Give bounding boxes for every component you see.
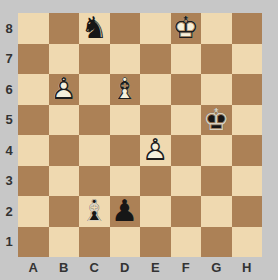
square-a7 xyxy=(18,44,49,75)
square-f2 xyxy=(171,196,202,227)
square-c3 xyxy=(79,166,110,197)
black-pawn: ♟ xyxy=(110,196,141,227)
square-e2 xyxy=(140,196,171,227)
square-h8 xyxy=(232,13,263,44)
square-e1 xyxy=(140,227,171,258)
file-labels: ABCDEFGH xyxy=(18,257,262,280)
chess-board: ♞♚♔♟♙♝♗♚♔♟♙♝♗♟ xyxy=(18,13,262,257)
square-a5 xyxy=(18,105,49,136)
square-b1 xyxy=(49,227,80,258)
square-h1 xyxy=(232,227,263,258)
file-label-d: D xyxy=(110,257,141,280)
square-g5: ♚♔ xyxy=(201,105,232,136)
white-pawn: ♟♙ xyxy=(49,74,80,105)
rank-label-7: 7 xyxy=(0,44,18,75)
square-h2 xyxy=(232,196,263,227)
rank-label-1: 1 xyxy=(0,227,18,258)
square-h5 xyxy=(232,105,263,136)
square-a3 xyxy=(18,166,49,197)
square-c4 xyxy=(79,135,110,166)
square-b2 xyxy=(49,196,80,227)
square-b7 xyxy=(49,44,80,75)
square-g2 xyxy=(201,196,232,227)
square-c5 xyxy=(79,105,110,136)
square-h6 xyxy=(232,74,263,105)
rank-label-6: 6 xyxy=(0,74,18,105)
black-knight: ♞ xyxy=(79,13,110,44)
square-f3 xyxy=(171,166,202,197)
chess-diagram: ♞♚♔♟♙♝♗♚♔♟♙♝♗♟ 87654321 ABCDEFGH xyxy=(0,0,278,280)
square-d3 xyxy=(110,166,141,197)
square-e6 xyxy=(140,74,171,105)
square-g3 xyxy=(201,166,232,197)
white-bishop: ♝♗ xyxy=(110,74,141,105)
square-h4 xyxy=(232,135,263,166)
square-h3 xyxy=(232,166,263,197)
square-c1 xyxy=(79,227,110,258)
square-f1 xyxy=(171,227,202,258)
square-b5 xyxy=(49,105,80,136)
square-b3 xyxy=(49,166,80,197)
square-f8: ♚♔ xyxy=(171,13,202,44)
square-f5 xyxy=(171,105,202,136)
square-b8 xyxy=(49,13,80,44)
file-label-f: F xyxy=(171,257,202,280)
square-b6: ♟♙ xyxy=(49,74,80,105)
file-label-b: B xyxy=(49,257,80,280)
square-d4 xyxy=(110,135,141,166)
square-f6 xyxy=(171,74,202,105)
square-a2 xyxy=(18,196,49,227)
file-label-e: E xyxy=(140,257,171,280)
square-a8 xyxy=(18,13,49,44)
square-d2: ♟ xyxy=(110,196,141,227)
white-pawn: ♟♙ xyxy=(140,135,171,166)
square-e4: ♟♙ xyxy=(140,135,171,166)
square-e8 xyxy=(140,13,171,44)
black-bishop: ♝♗ xyxy=(79,196,110,227)
square-d7 xyxy=(110,44,141,75)
square-b4 xyxy=(49,135,80,166)
square-e7 xyxy=(140,44,171,75)
square-a4 xyxy=(18,135,49,166)
rank-label-5: 5 xyxy=(0,105,18,136)
file-label-g: G xyxy=(201,257,232,280)
black-king: ♚♔ xyxy=(201,105,232,136)
rank-label-8: 8 xyxy=(0,13,18,44)
square-g1 xyxy=(201,227,232,258)
rank-labels: 87654321 xyxy=(0,13,18,257)
square-d5 xyxy=(110,105,141,136)
square-h7 xyxy=(232,44,263,75)
square-d6: ♝♗ xyxy=(110,74,141,105)
square-g4 xyxy=(201,135,232,166)
square-c6 xyxy=(79,74,110,105)
square-e3 xyxy=(140,166,171,197)
rank-label-4: 4 xyxy=(0,135,18,166)
square-a6 xyxy=(18,74,49,105)
rank-label-3: 3 xyxy=(0,166,18,197)
square-f7 xyxy=(171,44,202,75)
rank-label-2: 2 xyxy=(0,196,18,227)
square-g6 xyxy=(201,74,232,105)
square-c7 xyxy=(79,44,110,75)
square-c2: ♝♗ xyxy=(79,196,110,227)
square-d1 xyxy=(110,227,141,258)
file-label-c: C xyxy=(79,257,110,280)
square-g7 xyxy=(201,44,232,75)
square-f4 xyxy=(171,135,202,166)
file-label-a: A xyxy=(18,257,49,280)
square-a1 xyxy=(18,227,49,258)
square-e5 xyxy=(140,105,171,136)
square-g8 xyxy=(201,13,232,44)
white-king: ♚♔ xyxy=(171,13,202,44)
square-c8: ♞ xyxy=(79,13,110,44)
square-d8 xyxy=(110,13,141,44)
file-label-h: H xyxy=(232,257,263,280)
